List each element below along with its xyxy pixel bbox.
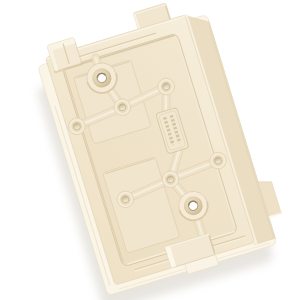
product-photo: [0, 0, 300, 300]
mounting-plate-illustration: [0, 0, 300, 300]
